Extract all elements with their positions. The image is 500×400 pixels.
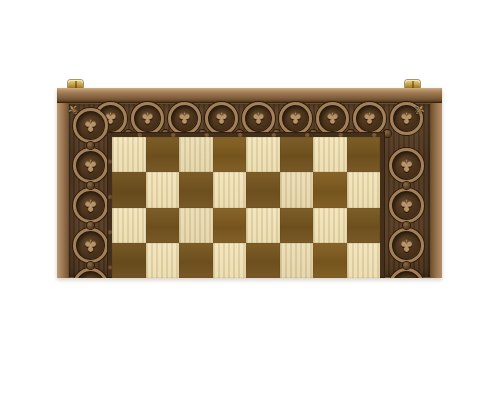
- trefoil-rosette-icon: ♣: [389, 148, 424, 183]
- square-a6: [112, 208, 146, 243]
- connector-ring-icon: [87, 222, 94, 229]
- square-e6: [246, 208, 280, 243]
- trefoil-rosette-icon: ♣: [73, 228, 108, 263]
- square-b6: [146, 208, 180, 243]
- square-e8: [246, 137, 280, 172]
- connector-ring-icon: [403, 182, 410, 189]
- square-d7: [213, 172, 247, 207]
- square-d6: [213, 208, 247, 243]
- trefoil-rosette-icon: ♣: [205, 102, 238, 135]
- square-g6: [313, 208, 347, 243]
- trefoil-rosette-icon: ♣: [279, 102, 312, 135]
- square-g5: [313, 243, 347, 278]
- square-c6: [179, 208, 213, 243]
- square-f5: [280, 243, 314, 278]
- product-photo: ♣♣♣♣♣♣♣♣♣♣♣♣♣♣♣♣♣♣⚜⚜: [0, 0, 500, 400]
- trefoil-rosette-icon: ♣: [242, 102, 275, 135]
- connector-ring-icon: [403, 222, 410, 229]
- square-a5: [112, 243, 146, 278]
- chess-board: ♣♣♣♣♣♣♣♣♣♣♣♣♣♣♣♣♣♣⚜⚜: [57, 88, 442, 278]
- square-f6: [280, 208, 314, 243]
- trefoil-rosette-icon: ♣: [73, 268, 108, 279]
- square-c5: [179, 243, 213, 278]
- checkerboard: [112, 137, 380, 278]
- square-h7: [347, 172, 381, 207]
- square-h6: [347, 208, 381, 243]
- square-h8: [347, 137, 381, 172]
- square-c7: [179, 172, 213, 207]
- square-b8: [146, 137, 180, 172]
- square-d5: [213, 243, 247, 278]
- trefoil-rosette-icon: ♣: [73, 148, 108, 183]
- trefoil-rosette-icon: ♣: [389, 228, 424, 263]
- trefoil-rosette-icon: ♣: [131, 102, 164, 135]
- connector-ring-icon: [87, 142, 94, 149]
- connector-ring-icon: [87, 182, 94, 189]
- connector-ring-icon: [87, 262, 94, 269]
- trefoil-rosette-icon: ♣: [168, 102, 201, 135]
- trefoil-rosette-icon: ♣: [389, 188, 424, 223]
- square-a8: [112, 137, 146, 172]
- square-g8: [313, 137, 347, 172]
- trefoil-rosette-icon: ♣: [316, 102, 349, 135]
- square-b7: [146, 172, 180, 207]
- square-c8: [179, 137, 213, 172]
- square-f7: [280, 172, 314, 207]
- trefoil-rosette-icon: ♣: [389, 268, 424, 279]
- square-e7: [246, 172, 280, 207]
- square-f8: [280, 137, 314, 172]
- square-b5: [146, 243, 180, 278]
- connector-ring-icon: [384, 130, 391, 137]
- square-a7: [112, 172, 146, 207]
- square-e5: [246, 243, 280, 278]
- square-d8: [213, 137, 247, 172]
- square-g7: [313, 172, 347, 207]
- connector-ring-icon: [403, 262, 410, 269]
- square-h5: [347, 243, 381, 278]
- trefoil-rosette-icon: ♣: [73, 188, 108, 223]
- trefoil-rosette-icon: ♣: [353, 102, 386, 135]
